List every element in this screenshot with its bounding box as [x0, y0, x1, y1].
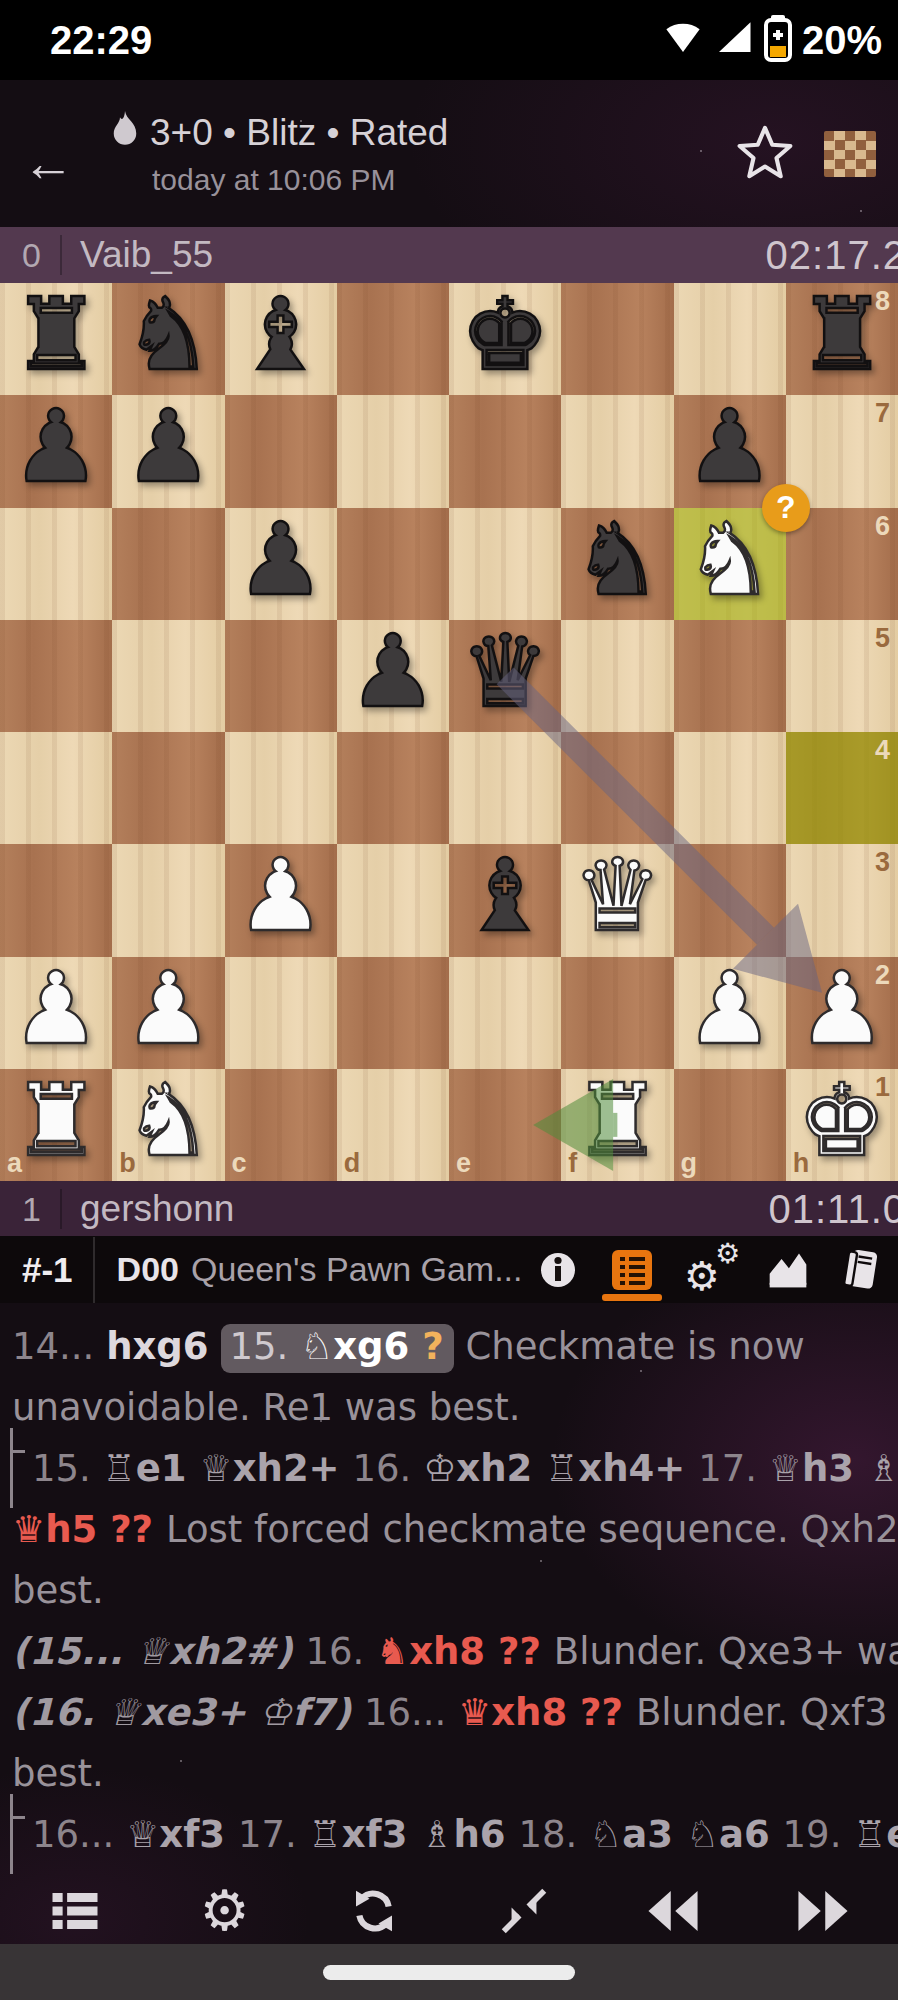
- rank-label-6: 6: [875, 511, 890, 542]
- square-d1[interactable]: d: [337, 1069, 449, 1181]
- player-name[interactable]: gershonn: [80, 1188, 234, 1230]
- collapse-button[interactable]: [494, 1881, 554, 1941]
- square-b3[interactable]: [112, 844, 224, 956]
- move-line[interactable]: (16. ♕xe3+ ♔f7) 16... ♛xh8 ?? Blunder. Q…: [0, 1682, 898, 1743]
- move-text[interactable]: ♖xf3: [309, 1813, 421, 1856]
- piece-white-rook: ♜: [573, 1071, 663, 1171]
- move-text[interactable]: ??: [110, 1508, 166, 1551]
- file-label-a: a: [7, 1148, 22, 1179]
- square-f4[interactable]: [561, 732, 673, 844]
- square-e8[interactable]: ♚: [449, 283, 561, 395]
- rank-label-7: 7: [875, 398, 890, 429]
- move-line[interactable]: (15... ♕xh2#) 16. ♞xh8 ?? Blunder. Qxe3+…: [0, 1621, 898, 1682]
- file-label-g: g: [681, 1148, 698, 1179]
- game-date: today at 10:06 PM: [152, 163, 448, 197]
- move-text[interactable]: ♛xh8: [458, 1691, 580, 1734]
- battery-percent: 20%: [802, 18, 882, 63]
- square-g2[interactable]: ♟: [674, 957, 786, 1069]
- move-text[interactable]: ♔xh2: [423, 1447, 545, 1490]
- file-label-c: c: [232, 1148, 247, 1179]
- square-g3[interactable]: [674, 844, 786, 956]
- fast-forward-button[interactable]: [793, 1881, 853, 1941]
- mistake-badge: ?: [762, 484, 810, 532]
- square-d4[interactable]: [337, 732, 449, 844]
- player-bar[interactable]: 1 gershonn 01:11.0: [0, 1181, 898, 1237]
- square-d8[interactable]: [337, 283, 449, 395]
- piece-black-pawn: ♟: [124, 397, 214, 497]
- player-clock: 01:11.0: [769, 1187, 898, 1232]
- piece-white-pawn: ♟: [11, 959, 101, 1059]
- chart-icon[interactable]: [766, 1245, 810, 1295]
- board-thumbnail-button[interactable]: [824, 131, 876, 177]
- move-text[interactable]: 15.: [32, 1447, 103, 1490]
- move-text[interactable]: 17.: [238, 1813, 309, 1856]
- rank-label-5: 5: [875, 623, 890, 654]
- square-g4[interactable]: [674, 732, 786, 844]
- piece-white-pawn: ♟: [236, 846, 326, 946]
- square-c1[interactable]: c: [225, 1069, 337, 1181]
- piece-black-bishop: ♝: [236, 285, 326, 385]
- square-a6[interactable]: [0, 508, 112, 620]
- file-label-b: b: [119, 1148, 136, 1179]
- chess-board[interactable]: ♜♞♝♚♜8♟♟♟7♟♞♞6♟♛54♟♝♛3♟♟♟♟2♜a♞bcde♜fg♚1h: [0, 283, 898, 1181]
- move-line[interactable]: best.: [0, 1560, 898, 1621]
- evaluation: #-1: [22, 1250, 73, 1290]
- piece-black-pawn: ♟: [685, 397, 775, 497]
- game-type-title: 3+0 • Blitz • Rated: [150, 112, 448, 154]
- square-d2[interactable]: [337, 957, 449, 1069]
- piece-black-bishop: ♝: [460, 846, 550, 946]
- piece-black-pawn: ♟: [348, 622, 438, 722]
- move-text[interactable]: (16. ♕xe3+ ♔f7): [12, 1691, 364, 1734]
- square-b2[interactable]: ♟: [112, 957, 224, 1069]
- move-text[interactable]: ♖e1+: [853, 1813, 898, 1856]
- square-a8[interactable]: ♜: [0, 283, 112, 395]
- engine-settings-icon[interactable]: ⚙⚙: [684, 1245, 736, 1295]
- divider: [60, 1189, 62, 1229]
- square-c7[interactable]: [225, 395, 337, 507]
- square-h2[interactable]: ♟2: [786, 957, 898, 1069]
- piece-black-rook: ♜: [797, 285, 887, 385]
- variation-line[interactable]: 16... ♕xf3 17. ♖xf3 ♗h6 18. ♘a3 ♘a6 19. …: [0, 1804, 898, 1865]
- blitz-flame-icon: [110, 111, 140, 155]
- move-text[interactable]: 16.: [353, 1447, 424, 1490]
- file-label-h: h: [793, 1148, 810, 1179]
- square-d6[interactable]: [337, 508, 449, 620]
- piece-white-knight: ♞: [685, 510, 775, 610]
- file-label-e: e: [456, 1148, 471, 1179]
- square-f6[interactable]: ♞: [561, 508, 673, 620]
- square-b4[interactable]: [112, 732, 224, 844]
- opening-code: D00: [117, 1250, 179, 1289]
- move-text[interactable]: ♕xf3: [126, 1813, 238, 1856]
- move-line[interactable]: unavoidable. Re1 was best.: [0, 1377, 898, 1438]
- square-a5[interactable]: [0, 620, 112, 732]
- square-c5[interactable]: [225, 620, 337, 732]
- move-text[interactable]: (15... ♕xh2#): [12, 1630, 305, 1673]
- square-e7[interactable]: [449, 395, 561, 507]
- rewind-button[interactable]: [643, 1881, 703, 1941]
- piece-white-pawn: ♟: [685, 959, 775, 1059]
- square-b6[interactable]: [112, 508, 224, 620]
- book-icon[interactable]: [840, 1245, 884, 1295]
- square-h1[interactable]: ♚1h: [786, 1069, 898, 1181]
- square-e6[interactable]: [449, 508, 561, 620]
- move-text[interactable]: ♘a3: [589, 1813, 686, 1856]
- annotation-text: Blunder. Qxf3 was: [636, 1691, 898, 1734]
- square-h8[interactable]: ♜8: [786, 283, 898, 395]
- square-f1[interactable]: ♜f: [561, 1069, 673, 1181]
- bookmark-star-button[interactable]: [736, 123, 794, 185]
- move-text[interactable]: 14...: [12, 1325, 106, 1368]
- square-e4[interactable]: [449, 732, 561, 844]
- square-a3[interactable]: [0, 844, 112, 956]
- piece-black-knight: ♞: [124, 285, 214, 385]
- piece-black-pawn: ♟: [236, 510, 326, 610]
- move-line[interactable]: ♛h5 ?? Lost forced checkmate sequence. Q…: [0, 1499, 898, 1560]
- piece-black-pawn: ♟: [11, 397, 101, 497]
- square-b5[interactable]: [112, 620, 224, 732]
- opponent-name[interactable]: Vaib_55: [80, 234, 213, 276]
- cell-signal-icon: [712, 16, 754, 64]
- move-text[interactable]: ♗h6: [420, 1813, 518, 1856]
- move-text[interactable]: ♖xh4+: [545, 1447, 698, 1490]
- piece-black-queen: ♛: [460, 622, 550, 722]
- divider: [60, 235, 62, 275]
- move-text[interactable]: 16...: [32, 1813, 126, 1856]
- move-text[interactable]: hxg6: [106, 1325, 221, 1368]
- move-list[interactable]: 14... hxg6 15. ♘xg6 ? Checkmate is nowun…: [0, 1302, 898, 1878]
- move-text[interactable]: 16...: [364, 1691, 458, 1734]
- move-list-button[interactable]: [45, 1881, 105, 1941]
- piece-black-king: ♚: [460, 285, 550, 385]
- square-g5[interactable]: [674, 620, 786, 732]
- square-c3[interactable]: ♟: [225, 844, 337, 956]
- move-text[interactable]: ♞xh8: [376, 1630, 498, 1673]
- square-c4[interactable]: [225, 732, 337, 844]
- rank-label-2: 2: [875, 960, 890, 991]
- move-text[interactable]: ♕h3: [769, 1447, 867, 1490]
- square-h5[interactable]: 5: [786, 620, 898, 732]
- square-g1[interactable]: g: [674, 1069, 786, 1181]
- move-text[interactable]: 19.: [783, 1813, 854, 1856]
- square-e1[interactable]: e: [449, 1069, 561, 1181]
- square-e3[interactable]: ♝: [449, 844, 561, 956]
- move-text[interactable]: ♗xh3: [867, 1447, 898, 1490]
- piece-black-knight: ♞: [573, 510, 663, 610]
- player-score: 1: [22, 1190, 52, 1229]
- move-text[interactable]: ♖e1: [103, 1447, 200, 1490]
- square-h3[interactable]: 3: [786, 844, 898, 956]
- annotation-text: Checkmate is now: [454, 1325, 805, 1368]
- square-f3[interactable]: ♛: [561, 844, 673, 956]
- square-a1[interactable]: ♜a: [0, 1069, 112, 1181]
- divider: [93, 1237, 95, 1303]
- square-e5[interactable]: ♛: [449, 620, 561, 732]
- annotation-text: Lost forced checkmate sequence. Qxh2# wa…: [166, 1508, 898, 1551]
- square-f2[interactable]: [561, 957, 673, 1069]
- current-move-chip[interactable]: 15. ♘xg6 ?: [221, 1324, 453, 1373]
- file-label-f: f: [568, 1148, 577, 1179]
- status-bar: 22:29 20%: [0, 0, 898, 80]
- square-a4[interactable]: [0, 732, 112, 844]
- rank-label-4: 4: [875, 735, 890, 766]
- active-tab-underline: [602, 1294, 662, 1301]
- variation-line[interactable]: 15. ♖e1 ♕xh2+ 16. ♔xh2 ♖xh4+ 17. ♕h3 ♗xh…: [0, 1438, 898, 1499]
- square-d7[interactable]: [337, 395, 449, 507]
- app-header: ← 3+0 • Blitz • Rated today at 10:06 PM: [0, 80, 898, 227]
- annotation-text: best.: [12, 1752, 104, 1795]
- rank-label-8: 8: [875, 286, 890, 317]
- square-d5[interactable]: ♟: [337, 620, 449, 732]
- move-text[interactable]: ♘a6: [686, 1813, 783, 1856]
- square-b7[interactable]: ♟: [112, 395, 224, 507]
- piece-white-pawn: ♟: [797, 959, 887, 1059]
- square-b8[interactable]: ♞: [112, 283, 224, 395]
- move-text[interactable]: 18.: [518, 1813, 589, 1856]
- square-c2[interactable]: [225, 957, 337, 1069]
- move-text[interactable]: 17.: [698, 1447, 769, 1490]
- opening-name: Queen's Pawn Gam...: [191, 1250, 523, 1289]
- square-f7[interactable]: [561, 395, 673, 507]
- piece-black-rook: ♜: [11, 285, 101, 385]
- square-a7[interactable]: ♟: [0, 395, 112, 507]
- move-text[interactable]: ♛h5: [12, 1508, 110, 1551]
- status-time: 22:29: [50, 18, 152, 63]
- annotation-text: unavoidable. Re1 was best.: [12, 1386, 520, 1429]
- square-b1[interactable]: ♞b: [112, 1069, 224, 1181]
- move-line[interactable]: best.: [0, 1743, 898, 1804]
- rank-label-1: 1: [875, 1072, 890, 1103]
- settings-gear-button[interactable]: ⚙: [194, 1881, 254, 1941]
- opponent-score: 0: [22, 236, 52, 275]
- move-text[interactable]: ??: [498, 1630, 554, 1673]
- wifi-icon: [662, 16, 704, 64]
- square-f5[interactable]: [561, 620, 673, 732]
- move-line[interactable]: 14... hxg6 15. ♘xg6 ? Checkmate is now: [0, 1316, 898, 1377]
- android-nav-bar: [0, 1944, 898, 2000]
- piece-white-rook: ♜: [11, 1071, 101, 1171]
- battery-icon: [762, 14, 794, 66]
- square-c6[interactable]: ♟: [225, 508, 337, 620]
- annotation-text: Blunder. Qxe3+ was best.: [554, 1630, 898, 1673]
- info-icon[interactable]: [536, 1245, 580, 1295]
- piece-white-queen: ♛: [573, 846, 663, 946]
- square-a2[interactable]: ♟: [0, 957, 112, 1069]
- annotation-text: best.: [12, 1569, 104, 1612]
- cycle-variation-button[interactable]: [344, 1881, 404, 1941]
- square-c8[interactable]: ♝: [225, 283, 337, 395]
- piece-white-knight: ♞: [124, 1071, 214, 1171]
- opponent-clock: 02:17.2: [766, 233, 898, 278]
- square-g8[interactable]: [674, 283, 786, 395]
- gesture-pill[interactable]: [323, 1965, 575, 1980]
- rank-label-3: 3: [875, 847, 890, 878]
- square-d3[interactable]: [337, 844, 449, 956]
- back-button[interactable]: ←: [22, 137, 74, 189]
- piece-white-king: ♚: [797, 1071, 887, 1171]
- square-f8[interactable]: [561, 283, 673, 395]
- move-text[interactable]: ??: [580, 1691, 636, 1734]
- square-h4[interactable]: 4: [786, 732, 898, 844]
- analysis-header: #-1 D00 Queen's Pawn Gam... ⚙⚙: [0, 1236, 898, 1303]
- opponent-bar[interactable]: 0 Vaib_55 02:17.2: [0, 227, 898, 283]
- move-text[interactable]: ♕xh2+: [200, 1447, 353, 1490]
- move-list-tab-icon[interactable]: [610, 1245, 654, 1295]
- piece-white-pawn: ♟: [124, 959, 214, 1059]
- bottom-toolbar: ⚙: [0, 1878, 898, 1944]
- file-label-d: d: [344, 1148, 361, 1179]
- square-e2[interactable]: [449, 957, 561, 1069]
- move-text[interactable]: 16.: [305, 1630, 376, 1673]
